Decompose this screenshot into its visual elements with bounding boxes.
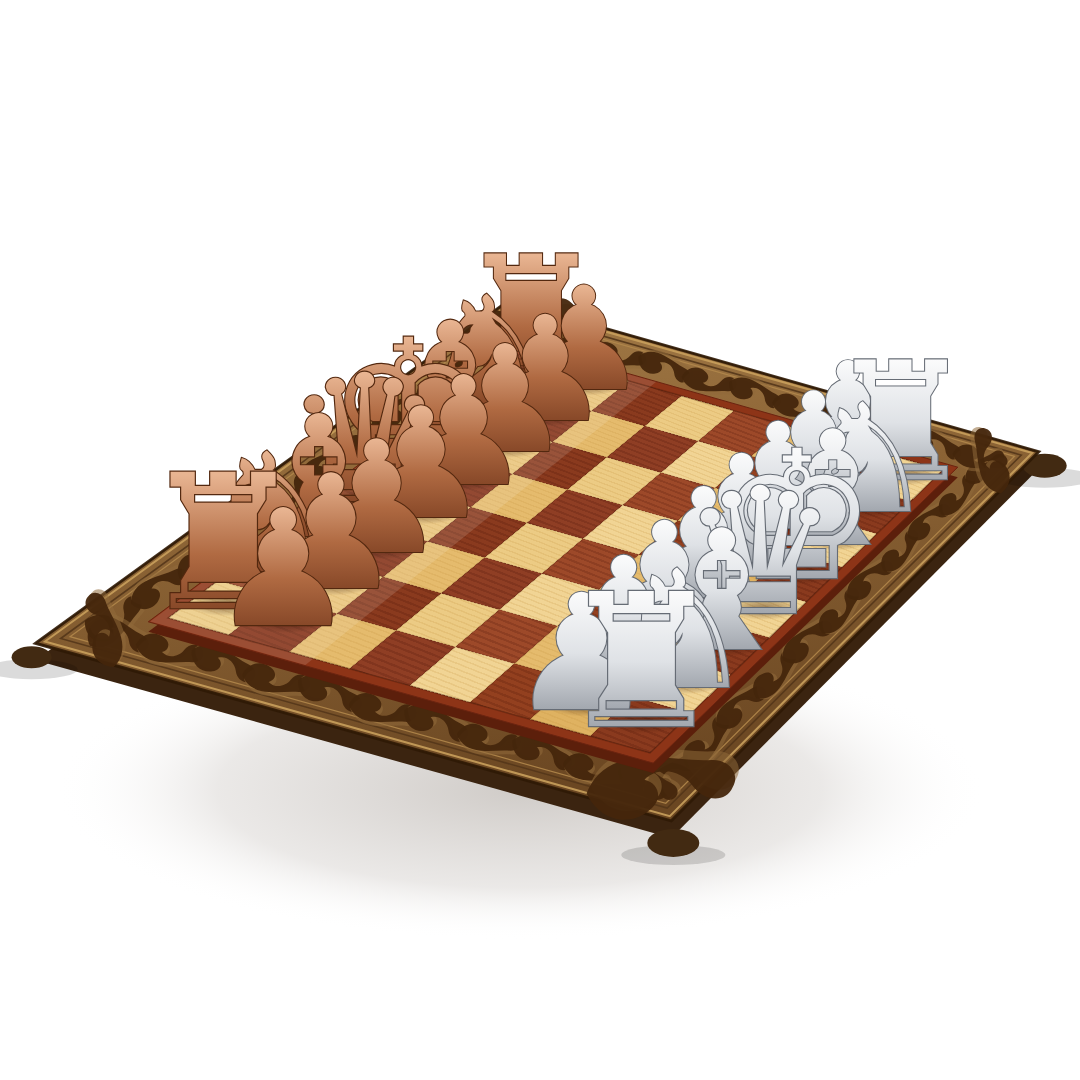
carving-ornament <box>876 526 930 579</box>
carving-ornament <box>906 422 968 462</box>
carving-ornament <box>813 583 871 641</box>
board-foot <box>12 646 52 668</box>
carving-ornament <box>959 423 1016 500</box>
carving-ornament <box>508 728 579 773</box>
board-foot <box>647 829 699 857</box>
carving-ornament <box>959 440 1008 489</box>
carving-ornament <box>933 469 987 522</box>
carving-ornament <box>579 727 744 828</box>
carving-ornament <box>482 309 538 359</box>
carving-ornament <box>816 397 878 437</box>
carving-ornament <box>635 345 697 385</box>
carving-ornament <box>497 313 559 353</box>
carving-ornament <box>746 645 809 707</box>
foot-shadow <box>0 659 78 679</box>
carving-ornament <box>726 371 788 411</box>
carving-ornament <box>345 689 421 737</box>
carving-ornament <box>949 441 1011 481</box>
carving-ornament <box>676 710 743 777</box>
carving-ornament <box>187 637 263 685</box>
carving-ornament <box>238 659 314 707</box>
carving-ornament <box>80 591 155 657</box>
carving-ornament <box>544 319 606 359</box>
carving-ornament <box>294 666 370 714</box>
carving-ornament <box>559 749 630 794</box>
carving-ornament <box>614 757 685 802</box>
carving-ornament <box>453 720 524 765</box>
carving-ornament <box>84 586 130 669</box>
board-grid <box>168 351 943 753</box>
foot-shadow <box>621 845 725 865</box>
foot-shadow <box>997 468 1080 488</box>
carving-ornament <box>444 329 500 379</box>
carving-ornament <box>132 629 208 677</box>
chess-set-photo: ♜♟♞♟♝♟♟♚♜♟♟♛♞♟♟♝♝♟♟♞♚♟♟♜♛♟♟♝♟♞♟♜ <box>0 0 1080 1080</box>
carving-ornament <box>400 696 476 744</box>
carving-ornament <box>81 607 157 655</box>
board-foot <box>1023 454 1067 478</box>
carving-ornament <box>370 380 431 434</box>
